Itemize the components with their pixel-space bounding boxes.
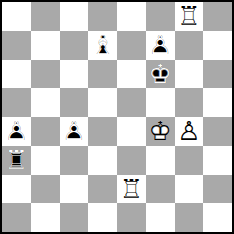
square-c6[interactable]: [60, 60, 89, 89]
square-h2[interactable]: [203, 175, 232, 204]
square-c1[interactable]: [60, 203, 89, 232]
square-a7[interactable]: [2, 31, 31, 60]
square-g4[interactable]: ♟♙: [175, 117, 204, 146]
piece-white-king: ♚♔: [146, 117, 175, 146]
square-e7[interactable]: [117, 31, 146, 60]
square-g7[interactable]: [175, 31, 204, 60]
piece-black-king: ♚♔: [146, 60, 175, 89]
square-e4[interactable]: [117, 117, 146, 146]
piece-black-pawn: ♟♙: [146, 31, 175, 60]
square-c2[interactable]: [60, 175, 89, 204]
square-a2[interactable]: [2, 175, 31, 204]
square-d8[interactable]: [88, 2, 117, 31]
square-b2[interactable]: [31, 175, 60, 204]
square-e2[interactable]: ♜♖: [117, 175, 146, 204]
square-f7[interactable]: ♟♙: [146, 31, 175, 60]
square-e1[interactable]: [117, 203, 146, 232]
piece-outline-layer: ♙: [175, 117, 204, 146]
square-e5[interactable]: [117, 88, 146, 117]
square-a1[interactable]: [2, 203, 31, 232]
square-g6[interactable]: [175, 60, 204, 89]
square-f6[interactable]: ♚♔: [146, 60, 175, 89]
square-e8[interactable]: [117, 2, 146, 31]
piece-outline-layer: ♙: [2, 117, 31, 146]
square-e3[interactable]: [117, 146, 146, 175]
piece-outline-layer: ♙: [146, 31, 175, 60]
chess-board: ♜♖♝♗♟♙♚♔♟♙♟♙♚♔♟♙♜♖♜♖: [0, 0, 234, 234]
piece-black-pawn: ♟♙: [2, 117, 31, 146]
square-f4[interactable]: ♚♔: [146, 117, 175, 146]
square-b6[interactable]: [31, 60, 60, 89]
piece-outline-layer: ♖: [117, 175, 146, 204]
piece-black-pawn: ♟♙: [60, 117, 89, 146]
square-d4[interactable]: [88, 117, 117, 146]
piece-white-rook: ♜♖: [175, 2, 204, 31]
square-c3[interactable]: [60, 146, 89, 175]
piece-outline-layer: ♗: [88, 31, 117, 60]
square-g8[interactable]: ♜♖: [175, 2, 204, 31]
square-c7[interactable]: [60, 31, 89, 60]
piece-outline-layer: ♖: [2, 146, 31, 175]
square-g2[interactable]: [175, 175, 204, 204]
square-b8[interactable]: [31, 2, 60, 31]
square-f3[interactable]: [146, 146, 175, 175]
square-d1[interactable]: [88, 203, 117, 232]
square-b3[interactable]: [31, 146, 60, 175]
square-g1[interactable]: [175, 203, 204, 232]
square-h4[interactable]: [203, 117, 232, 146]
square-g5[interactable]: [175, 88, 204, 117]
square-b1[interactable]: [31, 203, 60, 232]
square-c5[interactable]: [60, 88, 89, 117]
square-d2[interactable]: [88, 175, 117, 204]
square-f2[interactable]: [146, 175, 175, 204]
piece-white-rook: ♜♖: [117, 175, 146, 204]
square-a6[interactable]: [2, 60, 31, 89]
piece-outline-layer: ♔: [146, 117, 175, 146]
square-b7[interactable]: [31, 31, 60, 60]
square-f1[interactable]: [146, 203, 175, 232]
square-b5[interactable]: [31, 88, 60, 117]
piece-outline-layer: ♔: [146, 60, 175, 89]
square-h5[interactable]: [203, 88, 232, 117]
piece-black-rook: ♜♖: [2, 146, 31, 175]
square-c8[interactable]: [60, 2, 89, 31]
square-h7[interactable]: [203, 31, 232, 60]
square-d3[interactable]: [88, 146, 117, 175]
square-e6[interactable]: [117, 60, 146, 89]
square-h3[interactable]: [203, 146, 232, 175]
piece-white-pawn: ♟♙: [175, 117, 204, 146]
square-h6[interactable]: [203, 60, 232, 89]
square-f5[interactable]: [146, 88, 175, 117]
square-c4[interactable]: ♟♙: [60, 117, 89, 146]
square-b4[interactable]: [31, 117, 60, 146]
square-a3[interactable]: ♜♖: [2, 146, 31, 175]
square-a5[interactable]: [2, 88, 31, 117]
piece-outline-layer: ♙: [60, 117, 89, 146]
square-a8[interactable]: [2, 2, 31, 31]
piece-black-bishop: ♝♗: [88, 31, 117, 60]
square-h8[interactable]: [203, 2, 232, 31]
square-d7[interactable]: ♝♗: [88, 31, 117, 60]
square-f8[interactable]: [146, 2, 175, 31]
piece-outline-layer: ♖: [175, 2, 204, 31]
square-d6[interactable]: [88, 60, 117, 89]
square-a4[interactable]: ♟♙: [2, 117, 31, 146]
square-h1[interactable]: [203, 203, 232, 232]
square-d5[interactable]: [88, 88, 117, 117]
square-g3[interactable]: [175, 146, 204, 175]
